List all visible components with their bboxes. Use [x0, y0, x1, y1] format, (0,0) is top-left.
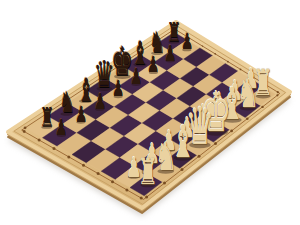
piece-base-shadow: [61, 112, 73, 116]
brad-dot: [227, 61, 229, 63]
brad-dot: [64, 100, 66, 102]
piece-base-shadow: [79, 99, 92, 103]
piece-base-shadow: [149, 71, 158, 74]
brad-dot: [83, 88, 85, 90]
piece-base-shadow: [114, 74, 131, 79]
piece-base-shadow: [245, 87, 257, 90]
brad-dot: [163, 182, 166, 185]
brad-dot: [82, 164, 85, 167]
brad-dot: [261, 106, 263, 108]
piece-base-shadow: [151, 51, 163, 55]
piece-base-shadow: [76, 121, 85, 124]
piece-base-shadow: [205, 129, 228, 136]
piece-base-shadow: [128, 175, 140, 178]
brad-dot: [38, 139, 41, 142]
piece-base-shadow: [229, 99, 241, 102]
piece-base-shadow: [182, 49, 191, 52]
piece-base-shadow: [181, 135, 193, 138]
brad-dot: [230, 129, 233, 132]
brad-dot: [252, 76, 254, 78]
piece-base-shadow: [223, 117, 242, 122]
brad-dot: [189, 38, 190, 39]
piece-base-shadow: [174, 155, 193, 160]
piece-base-shadow: [132, 83, 141, 86]
brad-dot: [276, 94, 278, 96]
brad-dot: [125, 189, 128, 192]
brad-dot: [202, 45, 203, 46]
brad-dot: [214, 142, 217, 145]
chess-board: [0, 0, 300, 225]
piece-base-shadow: [140, 183, 155, 187]
piece-base-shadow: [189, 142, 211, 148]
brad-dot: [23, 130, 26, 133]
brad-dot: [171, 30, 172, 31]
brad-dot: [140, 197, 143, 200]
hinge-pin: [142, 170, 146, 174]
brad-dot: [44, 113, 47, 116]
piece-base-shadow: [240, 106, 257, 111]
brad-dot: [246, 117, 249, 120]
piece-base-shadow: [166, 60, 175, 63]
brad-dot: [240, 68, 242, 70]
brad-dot: [111, 180, 114, 183]
brad-dot: [176, 30, 177, 31]
piece-base-shadow: [168, 40, 179, 43]
piece-base-shadow: [256, 94, 271, 98]
brad-dot: [97, 172, 100, 175]
brad-dot: [120, 64, 122, 66]
piece-base-shadow: [164, 148, 176, 151]
brad-dot: [198, 155, 201, 158]
brad-dot: [67, 155, 70, 158]
brad-dot: [264, 84, 266, 86]
brad-dot: [102, 76, 104, 78]
piece-base-shadow: [57, 134, 66, 137]
piece-base-shadow: [95, 108, 104, 111]
piece-base-shadow: [41, 126, 52, 129]
piece-base-shadow: [114, 95, 123, 98]
piece-base-shadow: [146, 162, 158, 165]
brad-dot: [53, 147, 56, 150]
brad-dot: [181, 168, 184, 171]
piece-base-shadow: [197, 123, 209, 126]
piece-base-shadow: [214, 111, 226, 114]
brad-dot: [145, 196, 148, 199]
piece-base-shadow: [133, 63, 146, 67]
chess-set-photo: ♜♟♞♟♝♟♚♟♛♟♜♟♟♝♞♟♟♞♝♟♟♜♚♟♟♛♟♝♟♞♟♜: [0, 0, 300, 225]
piece-base-shadow: [157, 169, 174, 174]
brad-dot: [24, 126, 27, 129]
brad-dot: [214, 53, 216, 55]
brad-dot: [138, 52, 140, 54]
piece-base-shadow: [97, 86, 113, 91]
brad-dot: [155, 41, 156, 42]
brad-dot: [277, 91, 279, 93]
